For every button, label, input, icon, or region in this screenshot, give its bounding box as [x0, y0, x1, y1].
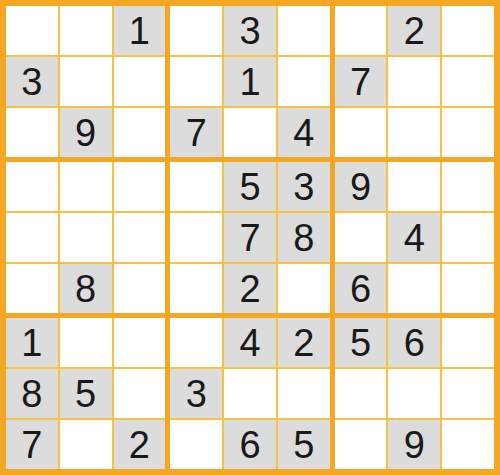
- cell-r9c1: 7: [6, 420, 58, 469]
- box-3-3: 569: [335, 318, 494, 469]
- cell-r4c8[interactable]: [388, 162, 440, 211]
- box-3-1: 18572: [6, 318, 165, 469]
- cell-r1c8: 2: [388, 6, 440, 55]
- cell-r8c1: 8: [6, 369, 58, 418]
- cell-r4c1[interactable]: [6, 162, 58, 211]
- cell-r6c1[interactable]: [6, 264, 58, 313]
- box-1-3: 27: [335, 6, 494, 157]
- cell-r5c8: 4: [388, 213, 440, 262]
- cell-r8c4: 3: [170, 369, 222, 418]
- cell-r3c5[interactable]: [224, 108, 276, 157]
- cell-r2c6[interactable]: [278, 57, 330, 106]
- box-1-1: 139: [6, 6, 165, 157]
- cell-r7c8: 6: [388, 318, 440, 367]
- cell-r1c2[interactable]: [60, 6, 112, 55]
- cell-r1c3: 1: [114, 6, 166, 55]
- cell-r7c3[interactable]: [114, 318, 166, 367]
- cell-r6c3[interactable]: [114, 264, 166, 313]
- box-1-2: 3174: [170, 6, 329, 157]
- cell-r2c4[interactable]: [170, 57, 222, 106]
- cell-r8c5[interactable]: [224, 369, 276, 418]
- cell-r9c3: 2: [114, 420, 166, 469]
- cell-r1c4[interactable]: [170, 6, 222, 55]
- cell-r4c5: 5: [224, 162, 276, 211]
- cell-r9c7[interactable]: [335, 420, 387, 469]
- cell-r1c5: 3: [224, 6, 276, 55]
- box-2-2: 53782: [170, 162, 329, 313]
- cell-r3c8[interactable]: [388, 108, 440, 157]
- cell-r9c4[interactable]: [170, 420, 222, 469]
- cell-r5c1[interactable]: [6, 213, 58, 262]
- cell-r1c7[interactable]: [335, 6, 387, 55]
- cell-r6c4[interactable]: [170, 264, 222, 313]
- cell-r7c6: 2: [278, 318, 330, 367]
- cell-r4c4[interactable]: [170, 162, 222, 211]
- cell-r7c5: 4: [224, 318, 276, 367]
- cell-r5c7[interactable]: [335, 213, 387, 262]
- cell-r5c3[interactable]: [114, 213, 166, 262]
- cell-r9c2[interactable]: [60, 420, 112, 469]
- cell-r3c3[interactable]: [114, 108, 166, 157]
- cell-r7c2[interactable]: [60, 318, 112, 367]
- cell-r2c3[interactable]: [114, 57, 166, 106]
- sudoku-board: 1393174278537829461857242365569: [0, 0, 500, 475]
- cell-r3c6: 4: [278, 108, 330, 157]
- cell-r9c6: 5: [278, 420, 330, 469]
- cell-r2c1: 3: [6, 57, 58, 106]
- cell-r3c9[interactable]: [442, 108, 494, 157]
- cell-r2c7: 7: [335, 57, 387, 106]
- cell-r8c7[interactable]: [335, 369, 387, 418]
- cell-r1c9[interactable]: [442, 6, 494, 55]
- cell-r4c2[interactable]: [60, 162, 112, 211]
- cell-r9c5: 6: [224, 420, 276, 469]
- cell-r7c4[interactable]: [170, 318, 222, 367]
- cell-r8c2: 5: [60, 369, 112, 418]
- cell-r6c8[interactable]: [388, 264, 440, 313]
- box-2-3: 946: [335, 162, 494, 313]
- cell-r7c1: 1: [6, 318, 58, 367]
- cell-r2c9[interactable]: [442, 57, 494, 106]
- cell-r3c1[interactable]: [6, 108, 58, 157]
- cell-r8c8[interactable]: [388, 369, 440, 418]
- cell-r8c6[interactable]: [278, 369, 330, 418]
- box-3-2: 42365: [170, 318, 329, 469]
- cell-r3c4: 7: [170, 108, 222, 157]
- cell-r2c2[interactable]: [60, 57, 112, 106]
- cell-r4c9[interactable]: [442, 162, 494, 211]
- cell-r6c7: 6: [335, 264, 387, 313]
- cell-r4c6: 3: [278, 162, 330, 211]
- cell-r6c9[interactable]: [442, 264, 494, 313]
- cell-r1c6[interactable]: [278, 6, 330, 55]
- cell-r5c5: 7: [224, 213, 276, 262]
- cell-r2c8[interactable]: [388, 57, 440, 106]
- cell-r3c2: 9: [60, 108, 112, 157]
- cell-r6c6[interactable]: [278, 264, 330, 313]
- cell-r7c7: 5: [335, 318, 387, 367]
- cell-r8c3[interactable]: [114, 369, 166, 418]
- cell-r4c7: 9: [335, 162, 387, 211]
- cell-r4c3[interactable]: [114, 162, 166, 211]
- cell-r1c1[interactable]: [6, 6, 58, 55]
- cell-r5c9[interactable]: [442, 213, 494, 262]
- cell-r3c7[interactable]: [335, 108, 387, 157]
- cell-r5c6: 8: [278, 213, 330, 262]
- cell-r9c9[interactable]: [442, 420, 494, 469]
- cell-r5c4[interactable]: [170, 213, 222, 262]
- cell-r8c9[interactable]: [442, 369, 494, 418]
- cell-r5c2[interactable]: [60, 213, 112, 262]
- cell-r9c8: 9: [388, 420, 440, 469]
- cell-r6c2: 8: [60, 264, 112, 313]
- cell-r7c9[interactable]: [442, 318, 494, 367]
- cell-r2c5: 1: [224, 57, 276, 106]
- box-2-1: 8: [6, 162, 165, 313]
- cell-r6c5: 2: [224, 264, 276, 313]
